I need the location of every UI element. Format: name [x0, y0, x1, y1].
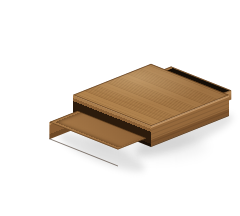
- go-board-set-photo: [40, 16, 240, 216]
- white-drawer: [73, 62, 240, 149]
